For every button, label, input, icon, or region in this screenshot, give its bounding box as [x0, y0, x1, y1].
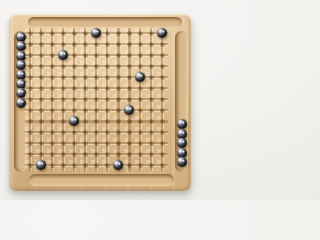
black-marble[interactable] — [69, 116, 79, 126]
intersection-5-9 — [80, 127, 91, 138]
intersection-8-6 — [113, 94, 124, 105]
intersection-2-9 — [47, 127, 58, 138]
intersection-12-9 — [157, 127, 168, 138]
intersection-6-10 — [91, 138, 102, 149]
intersection-7-10 — [102, 138, 113, 149]
intersection-0-7 — [25, 105, 36, 116]
game-board — [9, 14, 191, 191]
storage-channel-top — [28, 17, 182, 28]
intersection-0-4 — [25, 72, 36, 83]
intersection-1-3 — [36, 61, 47, 72]
intersection-10-3 — [135, 61, 146, 72]
intersection-10-8 — [135, 116, 146, 127]
intersection-7-6 — [102, 94, 113, 105]
intersection-3-10 — [58, 138, 69, 149]
intersection-4-10 — [69, 138, 80, 149]
tray-black-marble[interactable] — [177, 119, 187, 129]
intersection-10-7 — [135, 105, 146, 116]
intersection-2-7 — [47, 105, 58, 116]
intersection-6-2 — [91, 50, 102, 61]
intersection-7-7 — [102, 105, 113, 116]
intersection-2-11 — [47, 149, 58, 160]
intersection-9-8 — [124, 116, 135, 127]
intersection-7-5 — [102, 83, 113, 94]
intersection-3-12 — [58, 160, 69, 171]
intersection-4-5 — [69, 83, 80, 94]
intersection-2-5 — [47, 83, 58, 94]
intersection-5-5 — [80, 83, 91, 94]
intersection-10-10 — [135, 138, 146, 149]
intersection-7-4 — [102, 72, 113, 83]
intersection-9-2 — [124, 50, 135, 61]
intersection-1-9 — [36, 127, 47, 138]
intersection-6-7 — [91, 105, 102, 116]
intersection-3-5 — [58, 83, 69, 94]
intersection-1-5 — [36, 83, 47, 94]
intersection-8-11 — [113, 149, 124, 160]
intersection-3-4 — [58, 72, 69, 83]
intersection-4-12 — [69, 160, 80, 171]
intersection-6-8 — [91, 116, 102, 127]
intersection-3-9 — [58, 127, 69, 138]
intersection-10-6 — [135, 94, 146, 105]
intersection-8-4 — [113, 72, 124, 83]
intersection-12-11 — [157, 149, 168, 160]
intersection-8-7 — [113, 105, 124, 116]
intersection-9-3 — [124, 61, 135, 72]
intersection-4-1 — [69, 39, 80, 50]
intersection-6-12 — [91, 160, 102, 171]
intersection-6-0 — [91, 28, 102, 39]
intersection-1-6 — [36, 94, 47, 105]
intersection-5-6 — [80, 94, 91, 105]
intersection-1-12 — [36, 160, 47, 171]
intersection-0-10 — [25, 138, 36, 149]
intersection-7-1 — [102, 39, 113, 50]
intersection-5-10 — [80, 138, 91, 149]
intersection-11-8 — [146, 116, 157, 127]
intersection-10-1 — [135, 39, 146, 50]
black-marble[interactable] — [58, 50, 68, 60]
intersection-5-8 — [80, 116, 91, 127]
intersection-7-3 — [102, 61, 113, 72]
intersection-0-2 — [25, 50, 36, 61]
intersection-5-0 — [80, 28, 91, 39]
black-marble[interactable] — [157, 28, 167, 38]
intersection-9-12 — [124, 160, 135, 171]
intersection-12-10 — [157, 138, 168, 149]
intersection-8-5 — [113, 83, 124, 94]
intersection-10-0 — [135, 28, 146, 39]
intersection-5-1 — [80, 39, 91, 50]
intersection-3-8 — [58, 116, 69, 127]
intersection-8-9 — [113, 127, 124, 138]
black-marble[interactable] — [135, 72, 145, 82]
intersection-12-1 — [157, 39, 168, 50]
intersection-7-11 — [102, 149, 113, 160]
black-marble[interactable] — [36, 160, 46, 170]
intersection-7-0 — [102, 28, 113, 39]
intersection-12-3 — [157, 61, 168, 72]
intersection-2-2 — [47, 50, 58, 61]
intersection-3-1 — [58, 39, 69, 50]
intersection-3-3 — [58, 61, 69, 72]
intersection-6-6 — [91, 94, 102, 105]
intersection-6-3 — [91, 61, 102, 72]
intersection-1-1 — [36, 39, 47, 50]
intersection-4-7 — [69, 105, 80, 116]
intersection-12-8 — [157, 116, 168, 127]
intersection-11-5 — [146, 83, 157, 94]
intersection-2-1 — [47, 39, 58, 50]
intersection-6-4 — [91, 72, 102, 83]
intersection-11-3 — [146, 61, 157, 72]
intersection-9-11 — [124, 149, 135, 160]
intersection-8-12 — [113, 160, 124, 171]
intersection-5-4 — [80, 72, 91, 83]
intersection-4-3 — [69, 61, 80, 72]
intersection-6-1 — [91, 39, 102, 50]
intersection-8-0 — [113, 28, 124, 39]
intersection-2-4 — [47, 72, 58, 83]
intersection-1-8 — [36, 116, 47, 127]
intersection-4-0 — [69, 28, 80, 39]
intersection-0-11 — [25, 149, 36, 160]
intersection-10-11 — [135, 149, 146, 160]
intersection-0-3 — [25, 61, 36, 72]
intersection-9-7 — [124, 105, 135, 116]
intersection-11-4 — [146, 72, 157, 83]
intersection-1-4 — [36, 72, 47, 83]
intersection-11-10 — [146, 138, 157, 149]
intersection-0-6 — [25, 94, 36, 105]
intersection-7-8 — [102, 116, 113, 127]
intersection-12-12 — [157, 160, 168, 171]
intersection-9-9 — [124, 127, 135, 138]
intersection-10-5 — [135, 83, 146, 94]
intersection-3-6 — [58, 94, 69, 105]
intersection-5-11 — [80, 149, 91, 160]
intersection-12-5 — [157, 83, 168, 94]
intersection-6-11 — [91, 149, 102, 160]
intersection-6-9 — [91, 127, 102, 138]
intersection-7-12 — [102, 160, 113, 171]
intersection-1-10 — [36, 138, 47, 149]
intersection-12-4 — [157, 72, 168, 83]
black-marble[interactable] — [91, 28, 101, 38]
intersection-12-7 — [157, 105, 168, 116]
intersection-11-12 — [146, 160, 157, 171]
product-photo-scene — [0, 0, 200, 200]
intersection-0-5 — [25, 83, 36, 94]
intersection-4-11 — [69, 149, 80, 160]
intersection-4-6 — [69, 94, 80, 105]
intersection-9-10 — [124, 138, 135, 149]
intersection-0-0 — [25, 28, 36, 39]
intersection-1-0 — [36, 28, 47, 39]
intersection-5-3 — [80, 61, 91, 72]
intersection-2-12 — [47, 160, 58, 171]
intersection-11-2 — [146, 50, 157, 61]
intersection-9-5 — [124, 83, 135, 94]
intersection-0-8 — [25, 116, 36, 127]
intersection-2-3 — [47, 61, 58, 72]
board-grid — [25, 28, 168, 171]
intersection-10-12 — [135, 160, 146, 171]
intersection-8-8 — [113, 116, 124, 127]
intersection-5-2 — [80, 50, 91, 61]
intersection-8-3 — [113, 61, 124, 72]
intersection-12-6 — [157, 94, 168, 105]
intersection-8-10 — [113, 138, 124, 149]
intersection-3-0 — [58, 28, 69, 39]
intersection-11-7 — [146, 105, 157, 116]
intersection-7-9 — [102, 127, 113, 138]
black-marble[interactable] — [113, 160, 123, 170]
intersection-10-9 — [135, 127, 146, 138]
intersection-6-5 — [91, 83, 102, 94]
intersection-11-1 — [146, 39, 157, 50]
intersection-10-2 — [135, 50, 146, 61]
intersection-4-9 — [69, 127, 80, 138]
intersection-4-2 — [69, 50, 80, 61]
intersection-11-0 — [146, 28, 157, 39]
intersection-11-6 — [146, 94, 157, 105]
intersection-2-10 — [47, 138, 58, 149]
intersection-2-6 — [47, 94, 58, 105]
intersection-10-4 — [135, 72, 146, 83]
intersection-3-7 — [58, 105, 69, 116]
storage-channel-right — [175, 31, 188, 172]
intersection-12-0 — [157, 28, 168, 39]
tray-black-marble[interactable] — [177, 138, 187, 148]
tray-black-marble[interactable] — [177, 157, 187, 167]
intersection-12-2 — [157, 50, 168, 61]
intersection-3-2 — [58, 50, 69, 61]
intersection-8-1 — [113, 39, 124, 50]
intersection-4-4 — [69, 72, 80, 83]
intersection-1-7 — [36, 105, 47, 116]
intersection-3-11 — [58, 149, 69, 160]
intersection-4-8 — [69, 116, 80, 127]
intersection-0-9 — [25, 127, 36, 138]
intersection-7-2 — [102, 50, 113, 61]
intersection-1-11 — [36, 149, 47, 160]
intersection-9-0 — [124, 28, 135, 39]
intersection-9-1 — [124, 39, 135, 50]
intersection-9-6 — [124, 94, 135, 105]
intersection-0-1 — [25, 39, 36, 50]
intersection-2-8 — [47, 116, 58, 127]
intersection-1-2 — [36, 50, 47, 61]
storage-channel-bottom — [29, 174, 174, 186]
intersection-11-9 — [146, 127, 157, 138]
black-marble[interactable] — [124, 105, 134, 115]
intersection-2-0 — [47, 28, 58, 39]
intersection-8-2 — [113, 50, 124, 61]
intersection-9-4 — [124, 72, 135, 83]
intersection-11-11 — [146, 149, 157, 160]
intersection-5-12 — [80, 160, 91, 171]
intersection-0-12 — [25, 160, 36, 171]
intersection-5-7 — [80, 105, 91, 116]
